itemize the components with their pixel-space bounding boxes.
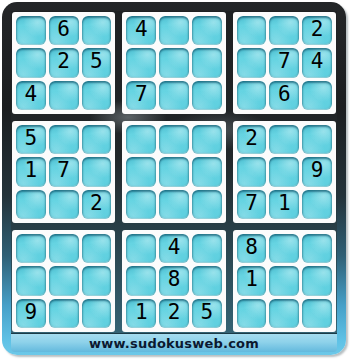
sudoku-board: 62544727465172297194812581 xyxy=(12,12,336,332)
given-digit: 1 xyxy=(25,160,38,181)
footer-bar: www.sudokusweb.com xyxy=(11,333,337,352)
cell-r6c3[interactable]: 2 xyxy=(82,190,112,219)
cell-r8c4[interactable] xyxy=(126,266,156,295)
given-digit: 4 xyxy=(168,237,181,258)
cell-r2c3[interactable]: 5 xyxy=(82,48,112,77)
given-digit: 5 xyxy=(200,302,213,323)
cell-r3c7[interactable] xyxy=(237,81,267,110)
cell-r5c1[interactable]: 1 xyxy=(16,157,46,186)
given-digit: 1 xyxy=(278,193,291,214)
box-3: 2746 xyxy=(233,12,336,114)
box-9: 81 xyxy=(233,230,336,332)
cell-r4c3[interactable] xyxy=(82,125,112,154)
cell-r1c6[interactable] xyxy=(192,16,222,45)
website-link[interactable]: www.sudokusweb.com xyxy=(89,336,259,351)
cell-r7c4[interactable] xyxy=(126,234,156,263)
cell-r7c6[interactable] xyxy=(192,234,222,263)
cell-r5c7[interactable] xyxy=(237,157,267,186)
cell-r4c5[interactable] xyxy=(159,125,189,154)
box-5 xyxy=(122,121,225,223)
given-digit: 8 xyxy=(168,269,181,290)
cell-r5c3[interactable] xyxy=(82,157,112,186)
cell-r1c8[interactable] xyxy=(269,16,299,45)
given-digit: 2 xyxy=(311,19,324,40)
cell-r4c7[interactable]: 2 xyxy=(237,125,267,154)
cell-r1c2[interactable]: 6 xyxy=(49,16,79,45)
given-digit: 9 xyxy=(311,160,324,181)
cell-r4c2[interactable] xyxy=(49,125,79,154)
cell-r3c4[interactable]: 7 xyxy=(126,81,156,110)
cell-r7c2[interactable] xyxy=(49,234,79,263)
cell-r8c7[interactable]: 1 xyxy=(237,266,267,295)
cell-r6c6[interactable] xyxy=(192,190,222,219)
given-digit: 7 xyxy=(57,160,70,181)
cell-r2c9[interactable]: 4 xyxy=(302,48,332,77)
cell-r2c7[interactable] xyxy=(237,48,267,77)
cell-r2c8[interactable]: 7 xyxy=(269,48,299,77)
page: 62544727465172297194812581 www.sudokuswe… xyxy=(0,0,350,360)
cell-r2c2[interactable]: 2 xyxy=(49,48,79,77)
cell-r6c5[interactable] xyxy=(159,190,189,219)
given-digit: 6 xyxy=(57,19,70,40)
cell-r5c9[interactable]: 9 xyxy=(302,157,332,186)
cell-r8c8[interactable] xyxy=(269,266,299,295)
given-digit: 2 xyxy=(90,193,103,214)
cell-r1c5[interactable] xyxy=(159,16,189,45)
given-digit: 5 xyxy=(90,51,103,72)
cell-r5c8[interactable] xyxy=(269,157,299,186)
given-digit: 2 xyxy=(57,51,70,72)
given-digit: 4 xyxy=(135,19,148,40)
given-digit: 2 xyxy=(168,302,181,323)
cell-r3c9[interactable] xyxy=(302,81,332,110)
cell-r3c2[interactable] xyxy=(49,81,79,110)
cell-r7c9[interactable] xyxy=(302,234,332,263)
cell-r9c6[interactable]: 5 xyxy=(192,299,222,328)
cell-r9c9[interactable] xyxy=(302,299,332,328)
cell-r7c3[interactable] xyxy=(82,234,112,263)
cell-r9c8[interactable] xyxy=(269,299,299,328)
cell-r9c1[interactable]: 9 xyxy=(16,299,46,328)
given-digit: 4 xyxy=(25,84,38,105)
given-digit: 9 xyxy=(25,302,38,323)
cell-r1c1[interactable] xyxy=(16,16,46,45)
cell-r8c2[interactable] xyxy=(49,266,79,295)
puzzle-frame: 62544727465172297194812581 www.sudokuswe… xyxy=(2,2,346,355)
cell-r9c2[interactable] xyxy=(49,299,79,328)
given-digit: 5 xyxy=(25,128,38,149)
box-6: 2971 xyxy=(233,121,336,223)
given-digit: 6 xyxy=(278,84,291,105)
given-digit: 7 xyxy=(245,193,258,214)
cell-r4c9[interactable] xyxy=(302,125,332,154)
cell-r7c8[interactable] xyxy=(269,234,299,263)
cell-r9c3[interactable] xyxy=(82,299,112,328)
cell-r6c8[interactable]: 1 xyxy=(269,190,299,219)
cell-r6c7[interactable]: 7 xyxy=(237,190,267,219)
given-digit: 1 xyxy=(245,269,258,290)
cell-r7c1[interactable] xyxy=(16,234,46,263)
cell-r8c1[interactable] xyxy=(16,266,46,295)
box-1: 6254 xyxy=(12,12,115,114)
cell-r5c6[interactable] xyxy=(192,157,222,186)
given-digit: 4 xyxy=(311,51,324,72)
cell-r8c6[interactable] xyxy=(192,266,222,295)
cell-r2c1[interactable] xyxy=(16,48,46,77)
cell-r2c4[interactable] xyxy=(126,48,156,77)
cell-r3c1[interactable]: 4 xyxy=(16,81,46,110)
given-digit: 1 xyxy=(135,302,148,323)
cell-r9c4[interactable]: 1 xyxy=(126,299,156,328)
cell-r5c4[interactable] xyxy=(126,157,156,186)
given-digit: 7 xyxy=(135,84,148,105)
cell-r3c6[interactable] xyxy=(192,81,222,110)
box-8: 48125 xyxy=(122,230,225,332)
cell-r4c6[interactable] xyxy=(192,125,222,154)
board-panel: 62544727465172297194812581 xyxy=(11,11,337,333)
cell-r5c5[interactable] xyxy=(159,157,189,186)
cell-r6c1[interactable] xyxy=(16,190,46,219)
cell-r6c4[interactable] xyxy=(126,190,156,219)
cell-r8c3[interactable] xyxy=(82,266,112,295)
cell-r1c3[interactable] xyxy=(82,16,112,45)
given-digit: 8 xyxy=(245,237,258,258)
cell-r6c2[interactable] xyxy=(49,190,79,219)
given-digit: 7 xyxy=(278,51,291,72)
cell-r2c5[interactable] xyxy=(159,48,189,77)
cell-r1c9[interactable]: 2 xyxy=(302,16,332,45)
cell-r3c5[interactable] xyxy=(159,81,189,110)
cell-r9c5[interactable]: 2 xyxy=(159,299,189,328)
cell-r4c1[interactable]: 5 xyxy=(16,125,46,154)
cell-r7c5[interactable]: 4 xyxy=(159,234,189,263)
cell-r8c9[interactable] xyxy=(302,266,332,295)
box-7: 9 xyxy=(12,230,115,332)
cell-r4c8[interactable] xyxy=(269,125,299,154)
cell-r2c6[interactable] xyxy=(192,48,222,77)
cell-r3c8[interactable]: 6 xyxy=(269,81,299,110)
cell-r3c3[interactable] xyxy=(82,81,112,110)
cell-r6c9[interactable] xyxy=(302,190,332,219)
cell-r8c5[interactable]: 8 xyxy=(159,266,189,295)
cell-r7c7[interactable]: 8 xyxy=(237,234,267,263)
box-2: 47 xyxy=(122,12,225,114)
cell-r1c7[interactable] xyxy=(237,16,267,45)
cell-r9c7[interactable] xyxy=(237,299,267,328)
cell-r1c4[interactable]: 4 xyxy=(126,16,156,45)
cell-r4c4[interactable] xyxy=(126,125,156,154)
box-4: 5172 xyxy=(12,121,115,223)
given-digit: 2 xyxy=(245,128,258,149)
cell-r5c2[interactable]: 7 xyxy=(49,157,79,186)
